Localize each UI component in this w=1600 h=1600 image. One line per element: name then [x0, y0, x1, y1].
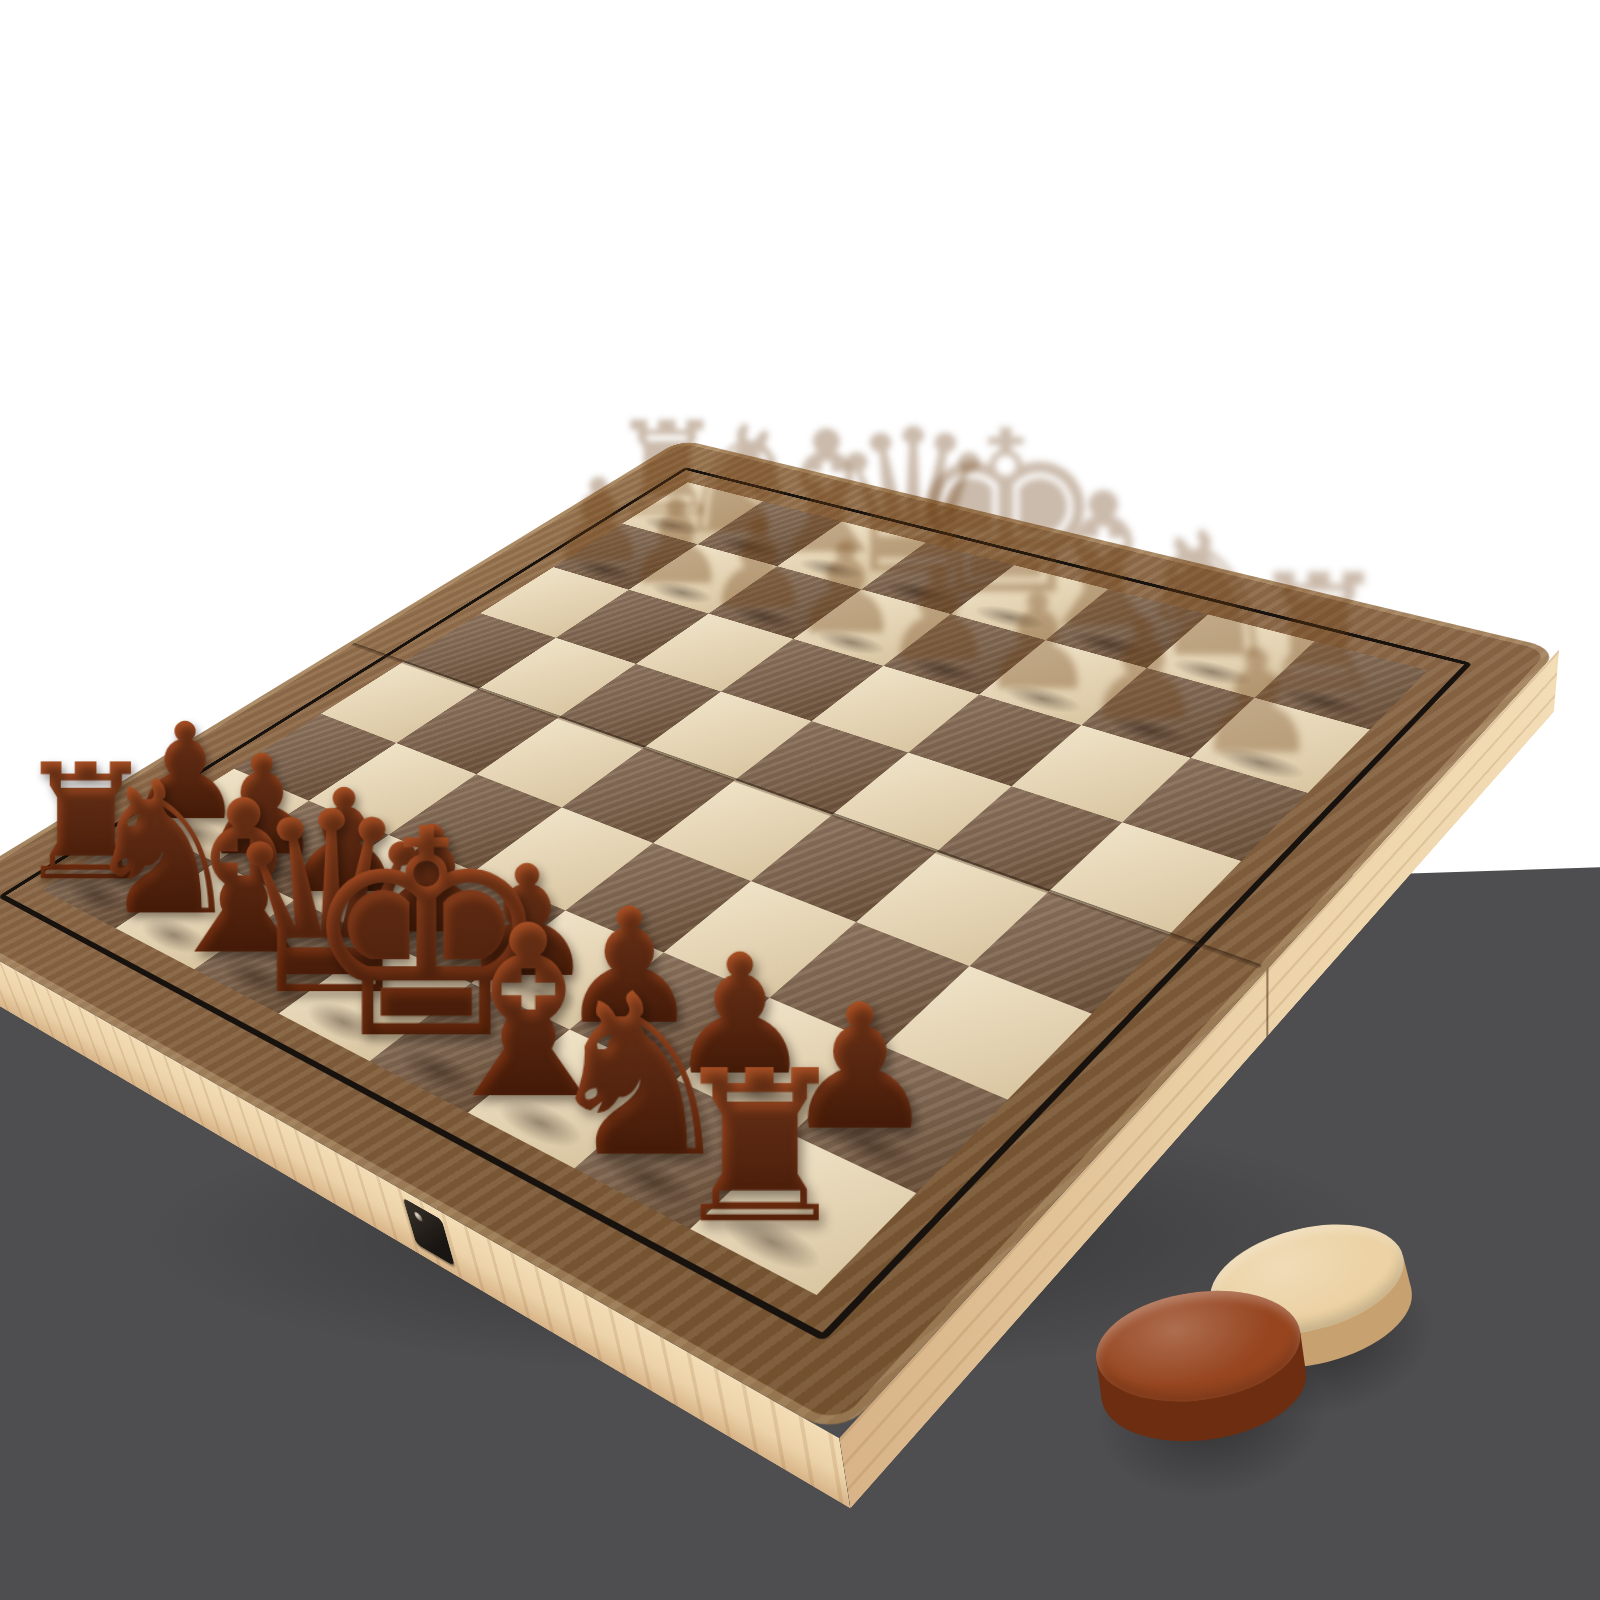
dark-rook-glyph: ♜ — [666, 1042, 854, 1252]
hinge-crack — [1266, 968, 1268, 1038]
white-pawn-glyph: ♟ — [1079, 598, 1203, 736]
white-pawn-glyph: ♟ — [1189, 626, 1317, 769]
checker-dark-disc — [1089, 1278, 1314, 1453]
